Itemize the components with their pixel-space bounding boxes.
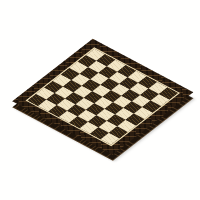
product-photo-scene <box>0 0 200 200</box>
board-field <box>25 47 180 146</box>
chessboard <box>12 39 193 155</box>
